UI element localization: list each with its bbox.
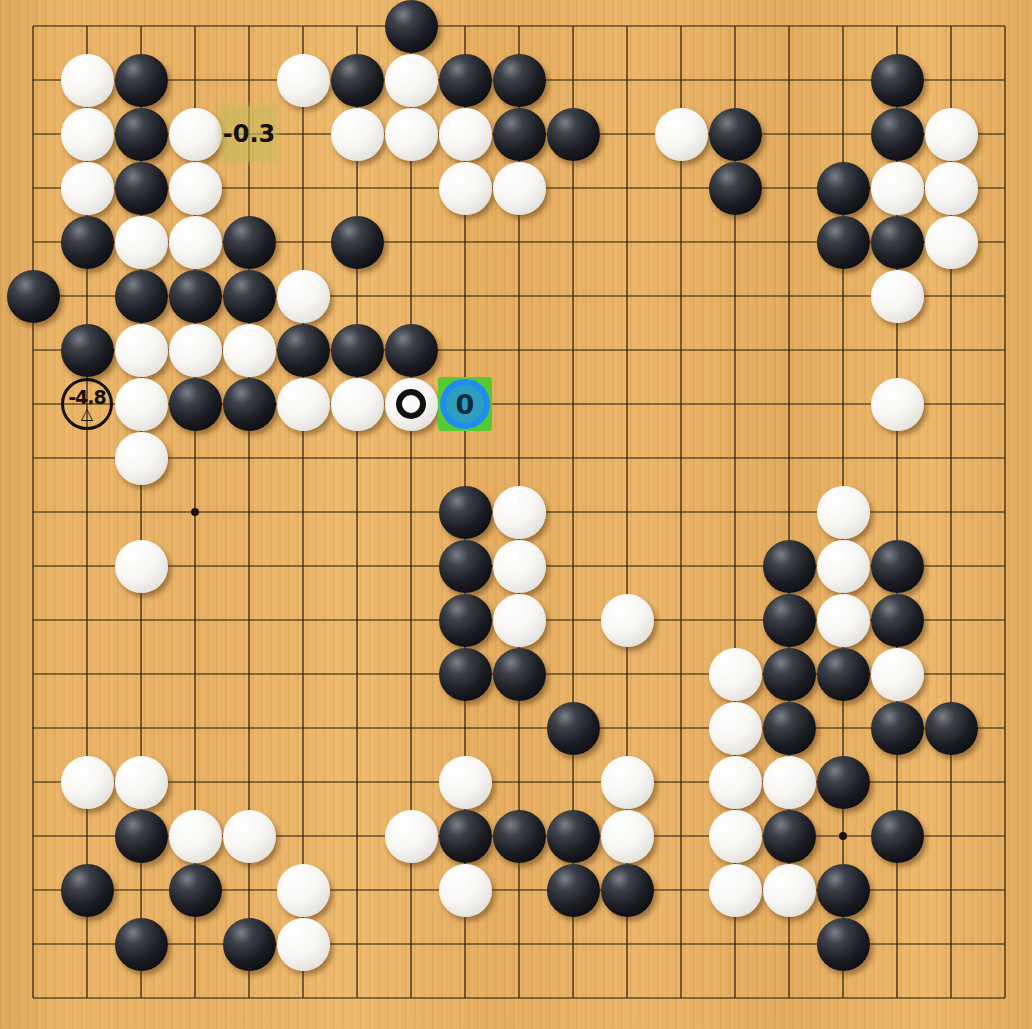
stone-black[interactable] bbox=[331, 324, 384, 377]
stone-white[interactable] bbox=[871, 162, 924, 215]
stone-black[interactable] bbox=[871, 540, 924, 593]
stone-black[interactable] bbox=[493, 648, 546, 701]
stone-black[interactable] bbox=[871, 594, 924, 647]
stone-black[interactable] bbox=[115, 810, 168, 863]
stone-black[interactable] bbox=[169, 270, 222, 323]
stone-black[interactable] bbox=[439, 486, 492, 539]
stone-white[interactable] bbox=[925, 162, 978, 215]
stone-black[interactable] bbox=[223, 378, 276, 431]
stone-white[interactable] bbox=[493, 486, 546, 539]
stone-black[interactable] bbox=[439, 540, 492, 593]
stone-white[interactable] bbox=[115, 540, 168, 593]
stone-black[interactable] bbox=[547, 702, 600, 755]
stone-black[interactable] bbox=[547, 108, 600, 161]
stone-black[interactable] bbox=[493, 54, 546, 107]
stone-black[interactable] bbox=[115, 108, 168, 161]
stone-black[interactable] bbox=[439, 648, 492, 701]
stone-white[interactable] bbox=[655, 108, 708, 161]
stone-white[interactable] bbox=[871, 378, 924, 431]
stone-black[interactable] bbox=[763, 540, 816, 593]
go-board[interactable]: -0.3 -4.8 △ 0 bbox=[0, 0, 1032, 1029]
stone-white[interactable] bbox=[115, 324, 168, 377]
stone-white[interactable] bbox=[61, 162, 114, 215]
stone-white[interactable] bbox=[385, 810, 438, 863]
stone-black[interactable] bbox=[61, 864, 114, 917]
stone-white[interactable] bbox=[61, 54, 114, 107]
stone-black[interactable] bbox=[817, 918, 870, 971]
score-loss-label: -0.3 bbox=[223, 120, 275, 148]
stone-black[interactable] bbox=[601, 864, 654, 917]
stone-white[interactable] bbox=[709, 648, 762, 701]
stone-black[interactable] bbox=[709, 162, 762, 215]
stone-black[interactable] bbox=[115, 162, 168, 215]
stone-black[interactable] bbox=[871, 810, 924, 863]
stone-black[interactable] bbox=[331, 216, 384, 269]
stone-black[interactable] bbox=[331, 54, 384, 107]
stone-black[interactable] bbox=[493, 108, 546, 161]
stone-white[interactable] bbox=[601, 756, 654, 809]
stone-white[interactable] bbox=[331, 108, 384, 161]
stone-black[interactable] bbox=[7, 270, 60, 323]
stone-white[interactable] bbox=[169, 810, 222, 863]
star-point bbox=[191, 508, 199, 516]
suggested-move-score-label: 0 bbox=[456, 391, 475, 418]
stone-white[interactable] bbox=[601, 594, 654, 647]
stone-black[interactable] bbox=[925, 702, 978, 755]
stone-black[interactable] bbox=[817, 216, 870, 269]
stone-white[interactable] bbox=[439, 162, 492, 215]
stone-white[interactable] bbox=[709, 810, 762, 863]
stone-white[interactable] bbox=[61, 756, 114, 809]
stone-white[interactable] bbox=[493, 594, 546, 647]
star-point bbox=[839, 832, 847, 840]
stone-white[interactable] bbox=[439, 756, 492, 809]
stone-black[interactable] bbox=[817, 162, 870, 215]
stone-black[interactable] bbox=[115, 918, 168, 971]
stone-white[interactable] bbox=[709, 756, 762, 809]
stone-black[interactable] bbox=[277, 324, 330, 377]
stone-black[interactable] bbox=[871, 216, 924, 269]
stone-black[interactable] bbox=[547, 864, 600, 917]
stone-white[interactable] bbox=[169, 324, 222, 377]
stone-black[interactable] bbox=[385, 0, 438, 53]
stone-white[interactable] bbox=[223, 810, 276, 863]
stone-white[interactable] bbox=[169, 108, 222, 161]
stone-black[interactable] bbox=[871, 702, 924, 755]
stone-white[interactable] bbox=[385, 54, 438, 107]
stone-black[interactable] bbox=[223, 216, 276, 269]
stone-white[interactable] bbox=[331, 378, 384, 431]
stone-white[interactable] bbox=[925, 216, 978, 269]
stone-black[interactable] bbox=[547, 810, 600, 863]
stone-white[interactable] bbox=[277, 918, 330, 971]
stone-black[interactable] bbox=[223, 270, 276, 323]
stone-white[interactable] bbox=[61, 108, 114, 161]
stone-white[interactable] bbox=[763, 756, 816, 809]
stone-black[interactable] bbox=[61, 324, 114, 377]
stone-white[interactable] bbox=[493, 162, 546, 215]
suggested-move-marker[interactable]: 0 bbox=[438, 377, 492, 431]
stone-black[interactable] bbox=[763, 810, 816, 863]
stone-black[interactable] bbox=[439, 54, 492, 107]
stone-black[interactable] bbox=[439, 810, 492, 863]
stone-white[interactable] bbox=[115, 756, 168, 809]
stone-white[interactable] bbox=[277, 864, 330, 917]
stone-black[interactable] bbox=[439, 594, 492, 647]
stone-white[interactable] bbox=[439, 864, 492, 917]
stone-white[interactable] bbox=[817, 486, 870, 539]
candidate-move-circle-marker[interactable]: -4.8 △ bbox=[61, 378, 113, 430]
stone-black[interactable] bbox=[871, 108, 924, 161]
stone-white[interactable] bbox=[277, 270, 330, 323]
stone-black[interactable] bbox=[493, 810, 546, 863]
score-loss-highlight: -0.3 bbox=[222, 107, 276, 161]
stone-black[interactable] bbox=[763, 648, 816, 701]
stone-white[interactable] bbox=[169, 216, 222, 269]
stone-white[interactable] bbox=[115, 216, 168, 269]
stone-black[interactable] bbox=[385, 324, 438, 377]
stone-black[interactable] bbox=[871, 54, 924, 107]
stone-white[interactable] bbox=[601, 810, 654, 863]
stone-white[interactable] bbox=[709, 864, 762, 917]
stone-white[interactable] bbox=[277, 378, 330, 431]
stone-white[interactable] bbox=[169, 162, 222, 215]
triangle-icon: △ bbox=[81, 407, 93, 421]
stone-black[interactable] bbox=[817, 756, 870, 809]
stone-black[interactable] bbox=[115, 54, 168, 107]
stone-white[interactable] bbox=[709, 702, 762, 755]
stone-white[interactable] bbox=[115, 432, 168, 485]
stone-white[interactable] bbox=[115, 378, 168, 431]
stone-white[interactable] bbox=[871, 648, 924, 701]
stone-black[interactable] bbox=[817, 648, 870, 701]
stone-black[interactable] bbox=[763, 594, 816, 647]
stone-white[interactable] bbox=[763, 864, 816, 917]
go-app-window: -0.3 -4.8 △ 0 bbox=[0, 0, 1032, 1029]
stone-white[interactable] bbox=[817, 540, 870, 593]
stone-white[interactable] bbox=[817, 594, 870, 647]
stone-white[interactable] bbox=[439, 108, 492, 161]
stone-black[interactable] bbox=[223, 918, 276, 971]
stone-white[interactable] bbox=[871, 270, 924, 323]
stone-white[interactable] bbox=[925, 108, 978, 161]
stone-black[interactable] bbox=[169, 864, 222, 917]
stone-white[interactable] bbox=[277, 54, 330, 107]
stone-black[interactable] bbox=[61, 216, 114, 269]
stone-black[interactable] bbox=[763, 702, 816, 755]
stone-black[interactable] bbox=[169, 378, 222, 431]
stone-white[interactable] bbox=[493, 540, 546, 593]
suggested-move-circle-icon: 0 bbox=[440, 379, 490, 429]
stone-black[interactable] bbox=[115, 270, 168, 323]
stone-black[interactable] bbox=[817, 864, 870, 917]
stone-white[interactable] bbox=[385, 108, 438, 161]
stone-black[interactable] bbox=[709, 108, 762, 161]
last-move-circle-marker bbox=[396, 389, 426, 419]
stone-white[interactable] bbox=[223, 324, 276, 377]
